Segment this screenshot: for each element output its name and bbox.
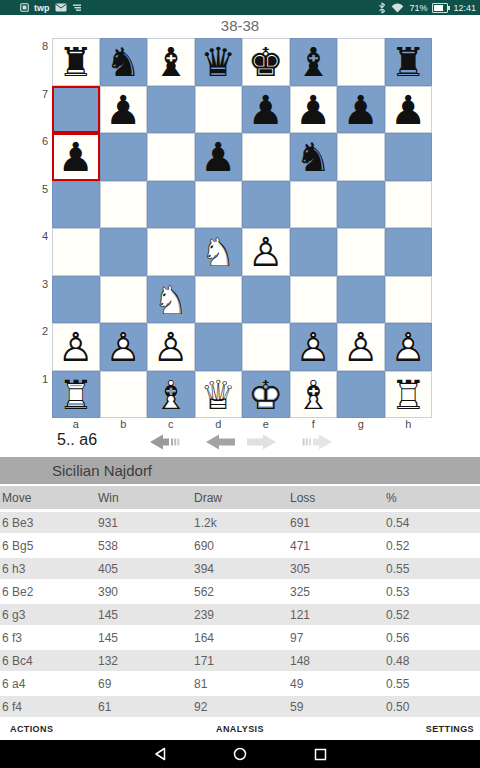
board-square-e2[interactable] <box>242 323 290 371</box>
rank-label-5: 5 <box>28 181 48 229</box>
table-cell: 6 h3 <box>0 562 96 576</box>
table-cell: 6 a4 <box>0 677 96 691</box>
recents-icon <box>314 748 327 761</box>
table-cell: 0.54 <box>384 516 480 530</box>
piece-white-K-outline: ♔ <box>242 371 290 419</box>
current-move-label: 5.. a6 <box>57 431 97 449</box>
board-square-h3[interactable] <box>385 276 433 324</box>
table-cell: 92 <box>192 700 288 714</box>
table-cell: 6 Bg5 <box>0 539 96 553</box>
board-square-g3[interactable] <box>337 276 385 324</box>
file-label-g: g <box>337 418 385 430</box>
table-row[interactable]: 6 Bg55386904710.52 <box>0 534 480 557</box>
actions-button[interactable]: ACTIONS <box>10 724 53 734</box>
table-cell: 6 f3 <box>0 631 96 645</box>
board-square-c6[interactable] <box>147 133 195 181</box>
skip-to-end-icon <box>302 432 332 452</box>
table-cell: 49 <box>288 677 384 691</box>
board-square-d6[interactable]: ♟ <box>195 133 243 181</box>
table-cell: 164 <box>192 631 288 645</box>
android-navigation-bar <box>0 740 480 768</box>
table-cell: 145 <box>96 631 192 645</box>
file-label-h: h <box>385 418 433 430</box>
table-cell: 0.55 <box>384 677 480 691</box>
piece-black-p: ♟ <box>337 86 385 134</box>
table-row[interactable]: 6 f46192590.50 <box>0 695 480 718</box>
rank-label-3: 3 <box>28 276 48 324</box>
board-square-h5[interactable] <box>385 181 433 229</box>
rank-label-4: 4 <box>28 228 48 276</box>
board-square-e4[interactable]: ♟♙ <box>242 228 290 276</box>
table-cell: 691 <box>288 516 384 530</box>
move-navigation-row: 5.. a6 <box>0 430 480 456</box>
board-square-e3[interactable] <box>242 276 290 324</box>
table-cell: 171 <box>192 654 288 668</box>
board-square-b2[interactable]: ♟♙ <box>100 323 148 371</box>
board-square-c1[interactable]: ♝♗ <box>147 371 195 419</box>
opening-name-band: Sicilian Najdorf <box>0 457 480 484</box>
board-square-c8[interactable]: ♝ <box>147 38 195 86</box>
piece-white-P-outline: ♙ <box>147 323 195 371</box>
table-cell: 931 <box>96 516 192 530</box>
rank-label-8: 8 <box>28 38 48 86</box>
board-square-c3[interactable]: ♞♘ <box>147 276 195 324</box>
piece-white-P-outline: ♙ <box>52 323 100 371</box>
board-square-f5[interactable] <box>290 181 338 229</box>
board-square-e7[interactable]: ♟ <box>242 86 290 134</box>
piece-white-N-outline: ♘ <box>147 276 195 324</box>
settings-button[interactable]: SETTINGS <box>426 724 474 734</box>
table-cell: 6 Bc4 <box>0 654 96 668</box>
status-bar: twp 71% 12:41 <box>0 0 480 15</box>
piece-black-n: ♞ <box>100 38 148 86</box>
table-row[interactable]: 6 Be23905623250.53 <box>0 580 480 603</box>
back-button[interactable] <box>152 746 168 762</box>
board-square-d3[interactable] <box>195 276 243 324</box>
board-square-e8[interactable]: ♚ <box>242 38 290 86</box>
file-label-a: a <box>52 418 100 430</box>
table-cell: 471 <box>288 539 384 553</box>
table-cell: 6 f4 <box>0 700 96 714</box>
table-cell: 0.56 <box>384 631 480 645</box>
skip-to-end-button[interactable] <box>302 432 332 452</box>
rank-label-2: 2 <box>28 323 48 371</box>
piece-black-p: ♟ <box>385 86 433 134</box>
table-row[interactable]: 6 h34053943050.55 <box>0 557 480 580</box>
rank-label-1: 1 <box>28 371 48 419</box>
board-square-f2[interactable]: ♟♙ <box>290 323 338 371</box>
board-square-a4[interactable] <box>52 228 100 276</box>
table-cell: 0.48 <box>384 654 480 668</box>
board-square-d2[interactable] <box>195 323 243 371</box>
piece-white-P-outline: ♙ <box>242 228 290 276</box>
home-button[interactable] <box>232 746 248 762</box>
board-square-b7[interactable]: ♟ <box>100 86 148 134</box>
table-cell: 0.53 <box>384 585 480 599</box>
table-cell: 0.50 <box>384 700 480 714</box>
board-square-c7[interactable] <box>147 86 195 134</box>
table-cell: 61 <box>96 700 192 714</box>
rank-label-6: 6 <box>28 133 48 181</box>
piece-white-R-outline: ♖ <box>385 371 433 419</box>
board-square-e1[interactable]: ♚♔ <box>242 371 290 419</box>
table-cell: 0.52 <box>384 539 480 553</box>
clock-label: 12:41 <box>453 3 476 13</box>
board-square-b4[interactable] <box>100 228 148 276</box>
column-header: % <box>384 491 480 505</box>
board-square-a8[interactable]: ♜ <box>52 38 100 86</box>
board-square-e6[interactable] <box>242 133 290 181</box>
board-square-h6[interactable] <box>385 133 433 181</box>
rank-labels: 87654321 <box>28 38 48 418</box>
table-cell: 0.55 <box>384 562 480 576</box>
table-cell: 97 <box>288 631 384 645</box>
board-square-a2[interactable]: ♟♙ <box>52 323 100 371</box>
board-square-g5[interactable] <box>337 181 385 229</box>
table-row[interactable]: 6 Be39311.2k6910.54 <box>0 511 480 534</box>
piece-black-p: ♟ <box>100 86 148 134</box>
table-cell: 145 <box>96 608 192 622</box>
board-square-c4[interactable] <box>147 228 195 276</box>
status-left-icons: twp <box>20 3 82 13</box>
table-row[interactable]: 6 g31452391210.52 <box>0 603 480 626</box>
status-right-icons: 71% 12:41 <box>378 2 476 14</box>
piece-black-r: ♜ <box>385 38 433 86</box>
board-square-d5[interactable] <box>195 181 243 229</box>
column-header: Loss <box>288 491 384 505</box>
table-cell: 132 <box>96 654 192 668</box>
table-cell: 1.2k <box>192 516 288 530</box>
bluetooth-icon <box>378 2 386 14</box>
board-square-f4[interactable] <box>290 228 338 276</box>
board-square-b6[interactable] <box>100 133 148 181</box>
piece-white-Q-outline: ♕ <box>195 371 243 419</box>
piece-white-P-outline: ♙ <box>290 323 338 371</box>
board-square-c5[interactable] <box>147 181 195 229</box>
file-label-e: e <box>242 418 290 430</box>
board-square-g7[interactable]: ♟ <box>337 86 385 134</box>
column-header: Win <box>96 491 192 505</box>
piece-black-p: ♟ <box>195 133 243 181</box>
board-square-b3[interactable] <box>100 276 148 324</box>
table-cell: 394 <box>192 562 288 576</box>
battery-icon <box>432 3 448 13</box>
board-square-d4[interactable]: ♞♘ <box>195 228 243 276</box>
piece-black-b: ♝ <box>147 38 195 86</box>
rank-label-7: 7 <box>28 86 48 134</box>
piece-white-B-outline: ♗ <box>290 371 338 419</box>
table-cell: 148 <box>288 654 384 668</box>
piece-white-P-outline: ♙ <box>337 323 385 371</box>
board-square-a6[interactable]: ♟ <box>52 133 100 181</box>
table-cell: 6 g3 <box>0 608 96 622</box>
table-cell: 690 <box>192 539 288 553</box>
board-square-b5[interactable] <box>100 181 148 229</box>
board-square-f8[interactable]: ♝ <box>290 38 338 86</box>
table-row[interactable]: 6 a46981490.55 <box>0 672 480 695</box>
piece-black-k: ♚ <box>242 38 290 86</box>
piece-black-p: ♟ <box>290 86 338 134</box>
board-square-h2[interactable]: ♟♙ <box>385 323 433 371</box>
board-square-f1[interactable]: ♝♗ <box>290 371 338 419</box>
file-label-b: b <box>100 418 148 430</box>
table-cell: 81 <box>192 677 288 691</box>
board-square-h7[interactable]: ♟ <box>385 86 433 134</box>
board-square-a3[interactable] <box>52 276 100 324</box>
moves-table-body: 6 Be39311.2k6910.546 Bg55386904710.526 h… <box>0 511 480 718</box>
table-cell: 6 Be3 <box>0 516 96 530</box>
piece-black-r: ♜ <box>52 38 100 86</box>
board-square-a7[interactable] <box>52 86 100 134</box>
moves-table-header: MoveWinDrawLoss% <box>0 486 480 509</box>
step-back-button[interactable] <box>206 432 236 452</box>
board-square-f6[interactable]: ♞ <box>290 133 338 181</box>
board-square-h4[interactable] <box>385 228 433 276</box>
table-cell: 538 <box>96 539 192 553</box>
column-header: Move <box>0 491 96 505</box>
screenshot-icon <box>20 3 29 12</box>
table-cell: 0.52 <box>384 608 480 622</box>
table-row[interactable]: 6 Bc41321711480.48 <box>0 649 480 672</box>
piece-black-p: ♟ <box>52 133 100 181</box>
file-label-d: d <box>195 418 243 430</box>
table-cell: 305 <box>288 562 384 576</box>
step-back-icon <box>206 432 236 452</box>
table-cell: 562 <box>192 585 288 599</box>
email-icon <box>55 3 67 12</box>
board-square-g2[interactable]: ♟♙ <box>337 323 385 371</box>
wifi-icon <box>391 3 404 13</box>
piece-white-B-outline: ♗ <box>147 371 195 419</box>
file-label-f: f <box>290 418 338 430</box>
board-square-g6[interactable] <box>337 133 385 181</box>
chess-board[interactable]: ♜♞♝♛♚♝♜♟♟♟♟♟♟♟♞♞♘♟♙♞♘♟♙♟♙♟♙♟♙♟♙♟♙♜♖♝♗♛♕♚… <box>52 38 432 418</box>
home-icon <box>233 747 247 761</box>
table-cell: 390 <box>96 585 192 599</box>
step-forward-button[interactable] <box>246 432 276 452</box>
board-square-h1[interactable]: ♜♖ <box>385 371 433 419</box>
twp-app-icon: twp <box>34 3 50 13</box>
board-square-a5[interactable] <box>52 181 100 229</box>
battery-percent-label: 71% <box>409 3 427 13</box>
table-cell: 6 Be2 <box>0 585 96 599</box>
piece-white-R-outline: ♖ <box>52 371 100 419</box>
skip-to-start-icon <box>150 432 180 452</box>
board-square-g8[interactable] <box>337 38 385 86</box>
file-label-c: c <box>147 418 195 430</box>
table-cell: 59 <box>288 700 384 714</box>
board-square-g4[interactable] <box>337 228 385 276</box>
piece-white-P-outline: ♙ <box>100 323 148 371</box>
board-square-a1[interactable]: ♜♖ <box>52 371 100 419</box>
bottom-action-bar: ANALYSIS ACTIONS SETTINGS <box>0 718 480 740</box>
analysis-button[interactable]: ANALYSIS <box>0 724 480 734</box>
table-cell: 69 <box>96 677 192 691</box>
column-header: Draw <box>192 491 288 505</box>
board-square-f7[interactable]: ♟ <box>290 86 338 134</box>
board-square-b1[interactable] <box>100 371 148 419</box>
table-cell: 239 <box>192 608 288 622</box>
back-icon <box>154 747 166 761</box>
piece-black-q: ♛ <box>195 38 243 86</box>
table-row[interactable]: 6 f3145164970.56 <box>0 626 480 649</box>
board-square-g1[interactable] <box>337 371 385 419</box>
table-cell: 121 <box>288 608 384 622</box>
piece-white-P-outline: ♙ <box>385 323 433 371</box>
table-cell: 325 <box>288 585 384 599</box>
page-title: 38-38 <box>0 15 480 37</box>
board-square-d1[interactable]: ♛♕ <box>195 371 243 419</box>
board-square-b8[interactable]: ♞ <box>100 38 148 86</box>
piece-black-b: ♝ <box>290 38 338 86</box>
board-square-f3[interactable] <box>290 276 338 324</box>
board-square-h8[interactable]: ♜ <box>385 38 433 86</box>
skip-to-start-button[interactable] <box>150 432 180 452</box>
board-square-c2[interactable]: ♟♙ <box>147 323 195 371</box>
step-forward-icon <box>246 432 276 452</box>
piece-black-p: ♟ <box>242 86 290 134</box>
file-labels: abcdefgh <box>52 418 432 430</box>
board-square-e5[interactable] <box>242 181 290 229</box>
board-square-d7[interactable] <box>195 86 243 134</box>
piece-white-N-outline: ♘ <box>195 228 243 276</box>
piece-black-n: ♞ <box>290 133 338 181</box>
recents-button[interactable] <box>312 746 328 762</box>
app-screen: twp 71% 12:41 38-38 87654321 ♜♞♝♛♚♝♜♟♟♟♟… <box>0 0 480 768</box>
board-square-d8[interactable]: ♛ <box>195 38 243 86</box>
table-cell: 405 <box>96 562 192 576</box>
data-sync-icon <box>72 3 82 12</box>
